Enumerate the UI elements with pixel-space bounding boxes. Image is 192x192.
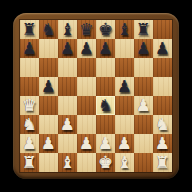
square-a2[interactable]: ♟ [20, 134, 39, 153]
chess-board[interactable]: ♜♞♝♛♚♝♜♟♟♟♟♟♟♟♟♛♞♟♞♟♞♟♟♟♟♟♟♜♝♚♝♜ [20, 20, 172, 172]
square-h6[interactable] [153, 58, 172, 77]
black-pawn[interactable]: ♟ [39, 77, 58, 96]
white-knight[interactable]: ♞ [153, 115, 172, 134]
black-bishop[interactable]: ♝ [115, 20, 134, 39]
square-b3[interactable] [39, 115, 58, 134]
square-b7[interactable] [39, 39, 58, 58]
square-a3[interactable]: ♞ [20, 115, 39, 134]
square-f2[interactable]: ♟ [115, 134, 134, 153]
square-c8[interactable]: ♝ [58, 20, 77, 39]
square-a5[interactable] [20, 77, 39, 96]
white-pawn[interactable]: ♟ [58, 115, 77, 134]
black-knight[interactable]: ♞ [39, 20, 58, 39]
square-a4[interactable]: ♛ [20, 96, 39, 115]
white-pawn[interactable]: ♟ [153, 134, 172, 153]
white-pawn[interactable]: ♟ [39, 134, 58, 153]
square-f1[interactable]: ♝ [115, 153, 134, 172]
square-c1[interactable]: ♝ [58, 153, 77, 172]
white-queen[interactable]: ♛ [20, 96, 39, 115]
square-f3[interactable] [115, 115, 134, 134]
square-g4[interactable]: ♟ [134, 96, 153, 115]
white-knight[interactable]: ♞ [20, 115, 39, 134]
white-rook[interactable]: ♜ [20, 153, 39, 172]
square-b8[interactable]: ♞ [39, 20, 58, 39]
square-g2[interactable] [134, 134, 153, 153]
square-d4[interactable] [77, 96, 96, 115]
square-d1[interactable] [77, 153, 96, 172]
square-h4[interactable] [153, 96, 172, 115]
black-rook[interactable]: ♜ [134, 20, 153, 39]
square-h2[interactable]: ♟ [153, 134, 172, 153]
square-d7[interactable]: ♟ [77, 39, 96, 58]
black-king[interactable]: ♚ [96, 20, 115, 39]
square-c5[interactable] [58, 77, 77, 96]
square-f7[interactable] [115, 39, 134, 58]
square-g7[interactable]: ♟ [134, 39, 153, 58]
black-queen[interactable]: ♛ [77, 20, 96, 39]
white-rook[interactable]: ♜ [153, 153, 172, 172]
square-f4[interactable] [115, 96, 134, 115]
square-h3[interactable]: ♞ [153, 115, 172, 134]
square-c6[interactable] [58, 58, 77, 77]
white-pawn[interactable]: ♟ [134, 96, 153, 115]
black-pawn[interactable]: ♟ [58, 39, 77, 58]
square-h5[interactable] [153, 77, 172, 96]
black-bishop[interactable]: ♝ [58, 20, 77, 39]
black-pawn[interactable]: ♟ [20, 39, 39, 58]
square-c4[interactable] [58, 96, 77, 115]
white-pawn[interactable]: ♟ [77, 134, 96, 153]
black-knight[interactable]: ♞ [96, 96, 115, 115]
square-c2[interactable] [58, 134, 77, 153]
square-f8[interactable]: ♝ [115, 20, 134, 39]
square-f5[interactable]: ♟ [115, 77, 134, 96]
square-e1[interactable]: ♚ [96, 153, 115, 172]
square-d6[interactable] [77, 58, 96, 77]
black-rook[interactable]: ♜ [20, 20, 39, 39]
white-bishop[interactable]: ♝ [115, 153, 134, 172]
square-e3[interactable] [96, 115, 115, 134]
square-d2[interactable]: ♟ [77, 134, 96, 153]
square-e6[interactable] [96, 58, 115, 77]
app-background: ♜♞♝♛♚♝♜♟♟♟♟♟♟♟♟♛♞♟♞♟♞♟♟♟♟♟♟♜♝♚♝♜ [0, 0, 192, 192]
square-b6[interactable] [39, 58, 58, 77]
black-pawn[interactable]: ♟ [115, 77, 134, 96]
black-pawn[interactable]: ♟ [134, 39, 153, 58]
square-g3[interactable] [134, 115, 153, 134]
square-e7[interactable]: ♟ [96, 39, 115, 58]
chess-board-frame: ♜♞♝♛♚♝♜♟♟♟♟♟♟♟♟♛♞♟♞♟♞♟♟♟♟♟♟♜♝♚♝♜ [13, 13, 179, 179]
square-g5[interactable] [134, 77, 153, 96]
black-pawn[interactable]: ♟ [96, 39, 115, 58]
white-pawn[interactable]: ♟ [20, 134, 39, 153]
white-pawn[interactable]: ♟ [96, 134, 115, 153]
white-bishop[interactable]: ♝ [58, 153, 77, 172]
square-h8[interactable] [153, 20, 172, 39]
square-f6[interactable] [115, 58, 134, 77]
white-pawn[interactable]: ♟ [115, 134, 134, 153]
square-d5[interactable] [77, 77, 96, 96]
square-e5[interactable] [96, 77, 115, 96]
square-e2[interactable]: ♟ [96, 134, 115, 153]
square-a7[interactable]: ♟ [20, 39, 39, 58]
square-b5[interactable]: ♟ [39, 77, 58, 96]
square-c7[interactable]: ♟ [58, 39, 77, 58]
square-d3[interactable] [77, 115, 96, 134]
white-king[interactable]: ♚ [96, 153, 115, 172]
square-b2[interactable]: ♟ [39, 134, 58, 153]
square-c3[interactable]: ♟ [58, 115, 77, 134]
black-pawn[interactable]: ♟ [77, 39, 96, 58]
square-a8[interactable]: ♜ [20, 20, 39, 39]
black-pawn[interactable]: ♟ [153, 39, 172, 58]
square-b1[interactable] [39, 153, 58, 172]
square-g8[interactable]: ♜ [134, 20, 153, 39]
square-h7[interactable]: ♟ [153, 39, 172, 58]
square-g6[interactable] [134, 58, 153, 77]
square-a1[interactable]: ♜ [20, 153, 39, 172]
square-e8[interactable]: ♚ [96, 20, 115, 39]
square-b4[interactable] [39, 96, 58, 115]
square-a6[interactable] [20, 58, 39, 77]
square-e4[interactable]: ♞ [96, 96, 115, 115]
square-h1[interactable]: ♜ [153, 153, 172, 172]
square-d8[interactable]: ♛ [77, 20, 96, 39]
square-g1[interactable] [134, 153, 153, 172]
